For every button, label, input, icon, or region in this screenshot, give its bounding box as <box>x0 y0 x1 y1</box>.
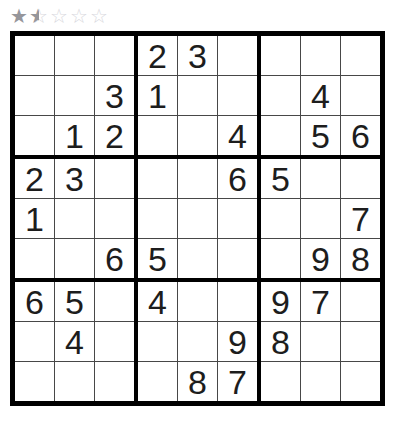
star-icon-empty: ☆ <box>89 4 109 28</box>
cell-r5c8[interactable] <box>301 199 340 238</box>
cell-r9c5[interactable]: 8 <box>178 362 217 401</box>
cell-r7c3[interactable] <box>95 282 134 321</box>
cell-r1c2[interactable] <box>55 36 94 75</box>
sudoku-box-4: 2316 <box>15 159 134 278</box>
sudoku-box-5: 65 <box>138 159 257 278</box>
cell-r7c9[interactable] <box>341 282 380 321</box>
cell-r3c3[interactable]: 2 <box>95 116 134 155</box>
cell-r6c5[interactable] <box>178 239 217 278</box>
cell-r1c1[interactable] <box>15 36 54 75</box>
cell-r2c6[interactable] <box>218 76 257 115</box>
cell-r1c3[interactable] <box>95 36 134 75</box>
cell-r8c4[interactable] <box>138 322 177 361</box>
cell-r9c4[interactable] <box>138 362 177 401</box>
star-icon-empty: ☆ <box>49 4 69 28</box>
cell-r1c5[interactable]: 3 <box>178 36 217 75</box>
cell-r8c7[interactable]: 8 <box>261 322 300 361</box>
cell-r8c6[interactable]: 9 <box>218 322 257 361</box>
cell-r3c6[interactable]: 4 <box>218 116 257 155</box>
cell-r4c2[interactable]: 3 <box>55 159 94 198</box>
cell-r9c8[interactable] <box>301 362 340 401</box>
cell-r4c5[interactable] <box>178 159 217 198</box>
cell-r7c1[interactable]: 6 <box>15 282 54 321</box>
sudoku-box-6: 5798 <box>261 159 380 278</box>
cell-r2c7[interactable] <box>261 76 300 115</box>
cell-r3c9[interactable]: 6 <box>341 116 380 155</box>
sudoku-box-3: 456 <box>261 36 380 155</box>
sudoku-board: 312231445623166557986544987978 <box>10 31 385 406</box>
cell-r6c4[interactable]: 5 <box>138 239 177 278</box>
cell-r3c1[interactable] <box>15 116 54 155</box>
difficulty-rating: ★☆★☆☆☆ <box>9 4 109 28</box>
cell-r7c5[interactable] <box>178 282 217 321</box>
cell-r9c7[interactable] <box>261 362 300 401</box>
sudoku-box-9: 978 <box>261 282 380 401</box>
cell-r4c3[interactable] <box>95 159 134 198</box>
cell-r9c9[interactable] <box>341 362 380 401</box>
cell-r4c1[interactable]: 2 <box>15 159 54 198</box>
cell-r4c4[interactable] <box>138 159 177 198</box>
cell-r2c9[interactable] <box>341 76 380 115</box>
cell-r3c2[interactable]: 1 <box>55 116 94 155</box>
cell-r4c9[interactable] <box>341 159 380 198</box>
cell-r7c2[interactable]: 5 <box>55 282 94 321</box>
cell-r2c2[interactable] <box>55 76 94 115</box>
cell-r5c2[interactable] <box>55 199 94 238</box>
cell-r2c1[interactable] <box>15 76 54 115</box>
cell-r6c8[interactable]: 9 <box>301 239 340 278</box>
cell-r5c9[interactable]: 7 <box>341 199 380 238</box>
cell-r8c8[interactable] <box>301 322 340 361</box>
cell-r4c7[interactable]: 5 <box>261 159 300 198</box>
cell-r9c1[interactable] <box>15 362 54 401</box>
cell-r8c2[interactable]: 4 <box>55 322 94 361</box>
cell-r2c8[interactable]: 4 <box>301 76 340 115</box>
cell-r1c6[interactable] <box>218 36 257 75</box>
cell-r4c8[interactable] <box>301 159 340 198</box>
cell-r6c9[interactable]: 8 <box>341 239 380 278</box>
sudoku-box-1: 312 <box>15 36 134 155</box>
cell-r8c3[interactable] <box>95 322 134 361</box>
cell-r7c8[interactable]: 7 <box>301 282 340 321</box>
sudoku-box-8: 4987 <box>138 282 257 401</box>
cell-r6c6[interactable] <box>218 239 257 278</box>
cell-r7c4[interactable]: 4 <box>138 282 177 321</box>
cell-r7c7[interactable]: 9 <box>261 282 300 321</box>
cell-r4c6[interactable]: 6 <box>218 159 257 198</box>
star-icon-half: ☆★ <box>29 4 49 28</box>
cell-r8c1[interactable] <box>15 322 54 361</box>
cell-r9c2[interactable] <box>55 362 94 401</box>
cell-r3c5[interactable] <box>178 116 217 155</box>
cell-r6c2[interactable] <box>55 239 94 278</box>
cell-r5c5[interactable] <box>178 199 217 238</box>
cell-r5c3[interactable] <box>95 199 134 238</box>
cell-r3c8[interactable]: 5 <box>301 116 340 155</box>
cell-r8c5[interactable] <box>178 322 217 361</box>
cell-r7c6[interactable] <box>218 282 257 321</box>
star-half-fill: ★ <box>29 4 39 28</box>
cell-r9c3[interactable] <box>95 362 134 401</box>
cell-r1c4[interactable]: 2 <box>138 36 177 75</box>
cell-r2c5[interactable] <box>178 76 217 115</box>
cell-r6c3[interactable]: 6 <box>95 239 134 278</box>
cell-r1c7[interactable] <box>261 36 300 75</box>
cell-r6c7[interactable] <box>261 239 300 278</box>
star-icon-empty: ☆ <box>69 4 89 28</box>
sudoku-box-7: 654 <box>15 282 134 401</box>
cell-r2c4[interactable]: 1 <box>138 76 177 115</box>
sudoku-box-2: 2314 <box>138 36 257 155</box>
cell-r3c7[interactable] <box>261 116 300 155</box>
cell-r6c1[interactable] <box>15 239 54 278</box>
cell-r5c4[interactable] <box>138 199 177 238</box>
cell-r3c4[interactable] <box>138 116 177 155</box>
cell-r8c9[interactable] <box>341 322 380 361</box>
cell-r5c7[interactable] <box>261 199 300 238</box>
star-icon-full: ★ <box>9 4 29 28</box>
cell-r5c1[interactable]: 1 <box>15 199 54 238</box>
cell-r1c8[interactable] <box>301 36 340 75</box>
cell-r5c6[interactable] <box>218 199 257 238</box>
cell-r1c9[interactable] <box>341 36 380 75</box>
cell-r2c3[interactable]: 3 <box>95 76 134 115</box>
cell-r9c6[interactable]: 7 <box>218 362 257 401</box>
